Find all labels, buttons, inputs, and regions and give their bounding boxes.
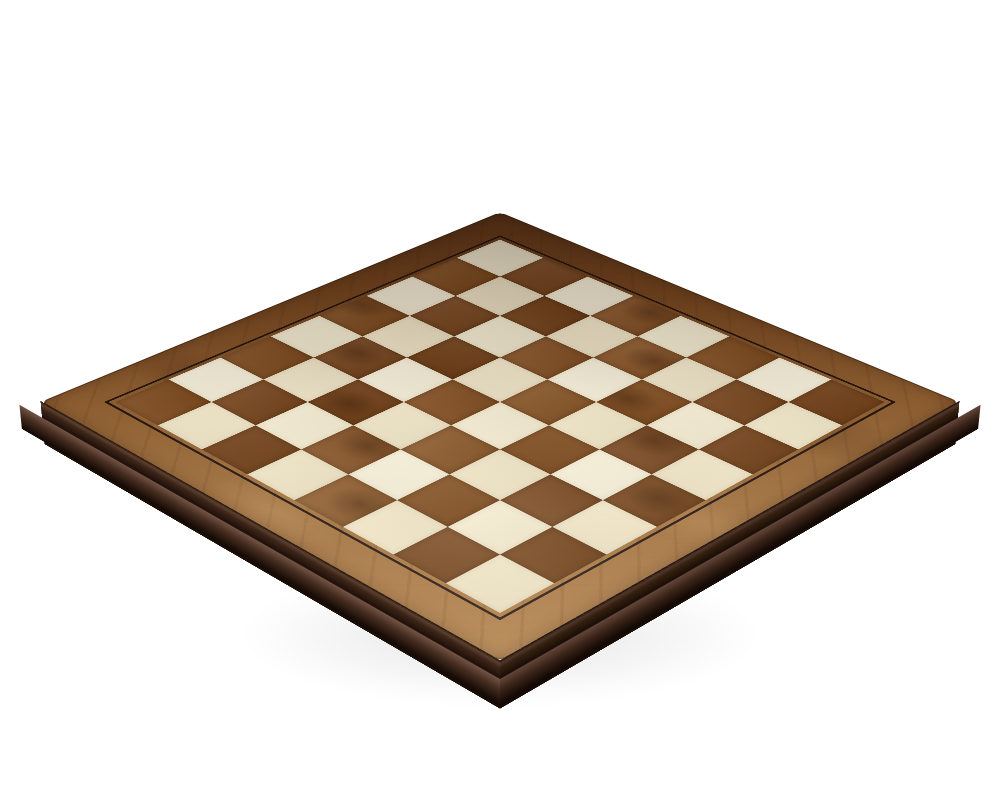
square-c1 [202,425,301,474]
square-f2 [397,474,500,527]
square-h7 [744,402,842,449]
square-e2 [348,449,449,500]
square-g6 [647,402,745,449]
square-f5 [549,402,647,449]
square-e4 [451,402,549,449]
scene-3d [0,0,1000,800]
square-g1 [393,527,500,583]
square-h4 [603,474,706,527]
square-h2 [500,527,607,583]
square-e3 [401,425,500,474]
square-g3 [500,474,603,527]
square-d3 [353,402,451,449]
square-g5 [599,425,698,474]
square-b1 [158,402,256,449]
square-h5 [652,449,753,500]
square-d2 [301,425,400,474]
square-f3 [449,449,550,500]
square-c2 [256,402,354,449]
square-h6 [699,425,798,474]
chessboard-product-photo [0,0,1000,800]
square-d1 [247,449,348,500]
square-h3 [552,500,657,554]
square-f4 [500,425,599,474]
square-f1 [343,500,448,554]
square-g4 [551,449,652,500]
square-h1 [446,555,555,613]
square-e1 [294,474,397,527]
square-g2 [448,500,553,554]
